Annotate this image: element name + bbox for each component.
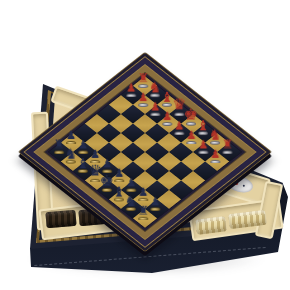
product-photo: ♜♞♝♛♚♝♞♜♟♟♟♟♟♟♟♟♟♟♟♟♟♟♟♟♜♞♝♛♚♝♞♜ <box>0 0 290 290</box>
chess-piece-red-coats-pawn[interactable]: ♟ <box>204 145 226 164</box>
chess-piece-blue-coats-rook[interactable]: ♜ <box>132 200 154 220</box>
checker-stack-dark <box>45 210 76 229</box>
